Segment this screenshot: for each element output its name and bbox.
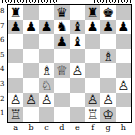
square-g4[interactable] — [100, 63, 115, 78]
square-c2[interactable]: ♙ — [39, 93, 54, 108]
square-h7[interactable]: ♟ — [116, 20, 131, 35]
white-king: ♔ — [102, 107, 114, 120]
square-f5[interactable] — [85, 49, 100, 64]
square-h2[interactable] — [116, 93, 131, 108]
square-c1[interactable] — [39, 107, 54, 122]
square-a4[interactable] — [8, 63, 23, 78]
black-rook: ♜ — [87, 5, 99, 18]
file-label-a: a — [8, 123, 23, 133]
black-bishop: ♝ — [71, 20, 83, 33]
square-d7[interactable]: ♞ — [54, 20, 69, 35]
square-e4[interactable]: ♙ — [70, 63, 85, 78]
square-a3[interactable] — [8, 78, 23, 93]
square-a1[interactable]: ♖ — [8, 107, 23, 122]
black-pawn: ♟ — [56, 34, 68, 47]
white-pawn: ♙ — [87, 93, 99, 106]
file-label-g: g — [100, 123, 115, 133]
square-f2[interactable]: ♙ — [85, 93, 100, 108]
chess-diagram: 87654321 ♜♛♜♚♟♟♟♞♝♟♟♟♟♝♗♗♕♙♘♙♙♙♙♙♙♖♖♔ ab… — [0, 4, 132, 133]
file-label-f: f — [85, 123, 100, 133]
square-f6[interactable] — [85, 34, 100, 49]
white-pawn: ♙ — [71, 64, 83, 77]
square-d1[interactable] — [54, 107, 69, 122]
rank-label-8: 8 — [0, 4, 7, 19]
square-h4[interactable] — [116, 63, 131, 78]
square-e1[interactable] — [70, 107, 85, 122]
file-label-h: h — [116, 123, 131, 133]
square-h5[interactable] — [116, 49, 131, 64]
white-bishop: ♗ — [41, 64, 53, 77]
black-pawn: ♟ — [102, 20, 114, 33]
square-h6[interactable] — [116, 34, 131, 49]
square-f7[interactable]: ♟ — [85, 20, 100, 35]
square-h8[interactable] — [116, 5, 131, 20]
square-b5[interactable] — [23, 49, 38, 64]
file-label-c: c — [39, 123, 54, 133]
black-pawn: ♟ — [10, 20, 22, 33]
square-b3[interactable] — [23, 78, 38, 93]
square-c5[interactable] — [39, 49, 54, 64]
rank-label-3: 3 — [0, 77, 7, 92]
square-f8[interactable]: ♜ — [85, 5, 100, 20]
white-knight: ♘ — [41, 78, 53, 91]
square-b7[interactable]: ♟ — [23, 20, 38, 35]
square-g6[interactable] — [100, 34, 115, 49]
square-d3[interactable] — [54, 78, 69, 93]
square-a2[interactable]: ♙ — [8, 93, 23, 108]
square-e2[interactable] — [70, 93, 85, 108]
black-pawn: ♟ — [87, 20, 99, 33]
white-pawn: ♙ — [41, 93, 53, 106]
rank-label-7: 7 — [0, 19, 7, 34]
square-c6[interactable] — [39, 34, 54, 49]
white-pawn: ♙ — [10, 93, 22, 106]
square-e3[interactable] — [70, 78, 85, 93]
white-rook: ♖ — [87, 107, 99, 120]
square-g5[interactable]: ♗ — [100, 49, 115, 64]
square-h3[interactable]: ♙ — [116, 78, 131, 93]
square-g1[interactable]: ♔ — [100, 107, 115, 122]
square-g8[interactable]: ♚ — [100, 5, 115, 20]
square-b6[interactable] — [23, 34, 38, 49]
chess-board: ♜♛♜♚♟♟♟♞♝♟♟♟♟♝♗♗♕♙♘♙♙♙♙♙♙♖♖♔ — [7, 4, 132, 123]
square-d5[interactable] — [54, 49, 69, 64]
square-b1[interactable] — [23, 107, 38, 122]
square-b2[interactable]: ♙ — [23, 93, 38, 108]
square-d4[interactable]: ♕ — [54, 63, 69, 78]
black-pawn: ♟ — [25, 20, 37, 33]
rank-label-6: 6 — [0, 33, 7, 48]
square-c7[interactable]: ♟ — [39, 20, 54, 35]
black-queen: ♛ — [56, 5, 68, 18]
white-rook: ♖ — [10, 107, 22, 120]
black-knight: ♞ — [56, 20, 68, 33]
square-b8[interactable] — [23, 5, 38, 20]
square-h1[interactable] — [116, 107, 131, 122]
square-f4[interactable] — [85, 63, 100, 78]
file-label-b: b — [23, 123, 38, 133]
white-bishop: ♗ — [102, 49, 114, 62]
square-c3[interactable]: ♘ — [39, 78, 54, 93]
file-coordinates: abcdefgh — [8, 123, 132, 133]
square-e5[interactable] — [70, 49, 85, 64]
white-pawn: ♙ — [118, 78, 130, 91]
square-g2[interactable]: ♙ — [100, 93, 115, 108]
black-pawn: ♟ — [118, 20, 130, 33]
square-d8[interactable]: ♛ — [54, 5, 69, 20]
square-c4[interactable]: ♗ — [39, 63, 54, 78]
rank-label-2: 2 — [0, 92, 7, 107]
file-label-e: e — [70, 123, 85, 133]
square-b4[interactable] — [23, 63, 38, 78]
square-d6[interactable]: ♟ — [54, 34, 69, 49]
square-e6[interactable]: ♝ — [70, 34, 85, 49]
square-e8[interactable] — [70, 5, 85, 20]
square-f1[interactable]: ♖ — [85, 107, 100, 122]
rank-label-4: 4 — [0, 62, 7, 77]
black-bishop: ♝ — [71, 34, 83, 47]
white-pawn: ♙ — [25, 93, 37, 106]
square-g7[interactable]: ♟ — [100, 20, 115, 35]
white-pawn: ♙ — [102, 93, 114, 106]
square-a5[interactable] — [8, 49, 23, 64]
square-e7[interactable]: ♝ — [70, 20, 85, 35]
square-a6[interactable] — [8, 34, 23, 49]
rank-coordinates: 87654321 — [0, 4, 7, 123]
square-d2[interactable] — [54, 93, 69, 108]
square-a7[interactable]: ♟ — [8, 20, 23, 35]
square-a8[interactable]: ♜ — [8, 5, 23, 20]
black-pawn: ♟ — [41, 20, 53, 33]
rank-label-5: 5 — [0, 48, 7, 63]
square-g3[interactable] — [100, 78, 115, 93]
black-rook: ♜ — [10, 5, 22, 18]
square-f3[interactable] — [85, 78, 100, 93]
square-c8[interactable] — [39, 5, 54, 20]
file-label-d: d — [54, 123, 69, 133]
rank-label-1: 1 — [0, 106, 7, 121]
black-king: ♚ — [102, 5, 114, 18]
white-queen: ♕ — [56, 64, 68, 77]
